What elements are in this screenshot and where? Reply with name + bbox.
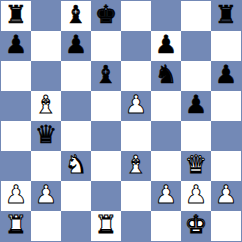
square-f3[interactable]	[151, 151, 181, 181]
white-pawn-b2[interactable]: ♟	[35, 181, 57, 210]
square-c3[interactable]: ♞	[61, 151, 91, 181]
square-b1[interactable]	[31, 211, 61, 241]
square-h1[interactable]	[211, 211, 241, 241]
square-c8[interactable]: ♝	[61, 1, 91, 31]
square-d8[interactable]: ♚	[91, 1, 121, 31]
square-h2[interactable]: ♟	[211, 181, 241, 211]
square-d4[interactable]	[91, 121, 121, 151]
square-g1[interactable]: ♚	[181, 211, 211, 241]
square-f5[interactable]	[151, 91, 181, 121]
square-e1[interactable]	[121, 211, 151, 241]
square-e6[interactable]	[121, 61, 151, 91]
square-b5[interactable]: ♝	[31, 91, 61, 121]
square-e5[interactable]: ♟	[121, 91, 151, 121]
square-c6[interactable]	[61, 61, 91, 91]
black-queen-b4[interactable]: ♛	[35, 121, 57, 150]
square-h5[interactable]	[211, 91, 241, 121]
white-pawn-e5[interactable]: ♟	[125, 91, 147, 120]
square-h6[interactable]: ♟	[211, 61, 241, 91]
white-bishop-b5[interactable]: ♝	[35, 91, 57, 120]
square-e3[interactable]: ♝	[121, 151, 151, 181]
square-c1[interactable]	[61, 211, 91, 241]
white-bishop-e3[interactable]: ♝	[125, 151, 147, 180]
black-pawn-a7[interactable]: ♟	[5, 31, 27, 60]
white-pawn-h2[interactable]: ♟	[215, 181, 237, 210]
square-d2[interactable]	[91, 181, 121, 211]
square-f4[interactable]	[151, 121, 181, 151]
square-f6[interactable]: ♞	[151, 61, 181, 91]
white-pawn-f2[interactable]: ♟	[155, 181, 177, 210]
square-a1[interactable]: ♜	[1, 211, 31, 241]
black-rook-a8[interactable]: ♜	[5, 1, 27, 30]
square-e7[interactable]	[121, 31, 151, 61]
square-e2[interactable]	[121, 181, 151, 211]
square-h3[interactable]	[211, 151, 241, 181]
square-g6[interactable]	[181, 61, 211, 91]
square-d3[interactable]	[91, 151, 121, 181]
black-pawn-f7[interactable]: ♟	[155, 31, 177, 60]
square-c7[interactable]: ♟	[61, 31, 91, 61]
chess-board: ♜♝♚♜♟♟♟♝♞♟♝♟♟♛♞♝♛♟♟♟♟♟♜♜♚	[0, 0, 242, 242]
square-e4[interactable]	[121, 121, 151, 151]
square-h7[interactable]	[211, 31, 241, 61]
white-pawn-g2[interactable]: ♟	[185, 181, 207, 210]
square-a5[interactable]	[1, 91, 31, 121]
square-b2[interactable]: ♟	[31, 181, 61, 211]
white-king-g1[interactable]: ♚	[185, 211, 207, 240]
square-g7[interactable]	[181, 31, 211, 61]
square-a4[interactable]	[1, 121, 31, 151]
square-b8[interactable]	[31, 1, 61, 31]
square-a7[interactable]: ♟	[1, 31, 31, 61]
square-a8[interactable]: ♜	[1, 1, 31, 31]
square-h4[interactable]	[211, 121, 241, 151]
square-b6[interactable]	[31, 61, 61, 91]
square-g4[interactable]	[181, 121, 211, 151]
square-b4[interactable]: ♛	[31, 121, 61, 151]
square-f7[interactable]: ♟	[151, 31, 181, 61]
square-d7[interactable]	[91, 31, 121, 61]
square-d5[interactable]	[91, 91, 121, 121]
square-a3[interactable]	[1, 151, 31, 181]
white-rook-a1[interactable]: ♜	[5, 211, 27, 240]
white-knight-c3[interactable]: ♞	[65, 151, 87, 180]
white-queen-g3[interactable]: ♛	[185, 151, 207, 180]
black-rook-h8[interactable]: ♜	[215, 1, 237, 30]
white-rook-d1[interactable]: ♜	[95, 211, 117, 240]
square-c2[interactable]	[61, 181, 91, 211]
square-g2[interactable]: ♟	[181, 181, 211, 211]
black-bishop-d6[interactable]: ♝	[95, 61, 117, 90]
square-g3[interactable]: ♛	[181, 151, 211, 181]
square-f2[interactable]: ♟	[151, 181, 181, 211]
square-a2[interactable]: ♟	[1, 181, 31, 211]
square-b7[interactable]	[31, 31, 61, 61]
square-f8[interactable]	[151, 1, 181, 31]
black-pawn-h6[interactable]: ♟	[215, 61, 237, 90]
square-a6[interactable]	[1, 61, 31, 91]
black-bishop-c8[interactable]: ♝	[65, 1, 87, 30]
square-h8[interactable]: ♜	[211, 1, 241, 31]
black-pawn-c7[interactable]: ♟	[65, 31, 87, 60]
square-c4[interactable]	[61, 121, 91, 151]
black-knight-f6[interactable]: ♞	[155, 61, 177, 90]
board-container: ♜♝♚♜♟♟♟♝♞♟♝♟♟♛♞♝♛♟♟♟♟♟♜♜♚	[0, 0, 242, 242]
black-pawn-g5[interactable]: ♟	[185, 91, 207, 120]
square-d1[interactable]: ♜	[91, 211, 121, 241]
square-g8[interactable]	[181, 1, 211, 31]
square-e8[interactable]	[121, 1, 151, 31]
square-f1[interactable]	[151, 211, 181, 241]
square-b3[interactable]	[31, 151, 61, 181]
square-g5[interactable]: ♟	[181, 91, 211, 121]
white-pawn-a2[interactable]: ♟	[5, 181, 27, 210]
square-d6[interactable]: ♝	[91, 61, 121, 91]
square-c5[interactable]	[61, 91, 91, 121]
black-king-d8[interactable]: ♚	[95, 1, 117, 30]
